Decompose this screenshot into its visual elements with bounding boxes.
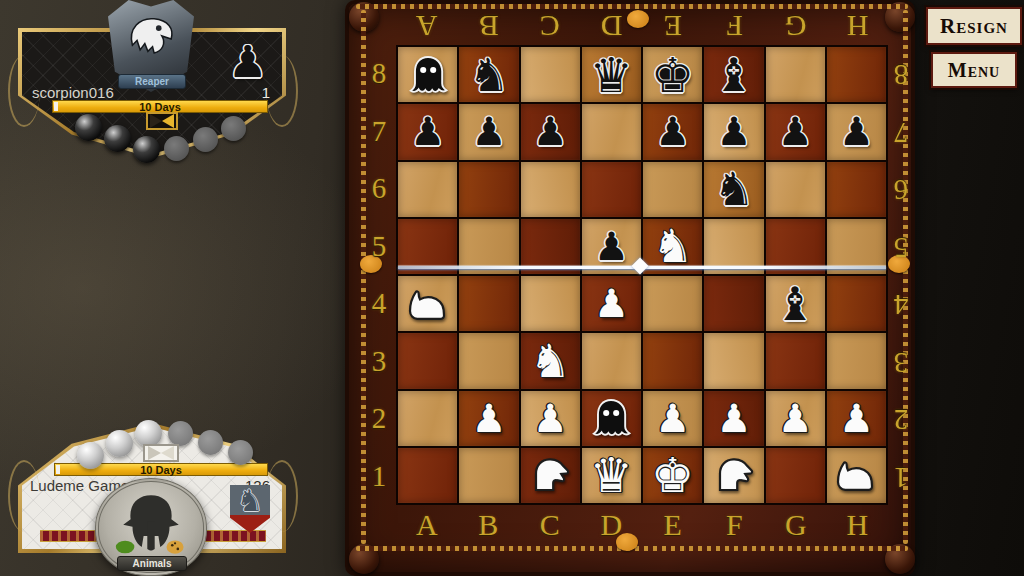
rank-label: 1: [888, 448, 914, 506]
file-label: B: [458, 8, 520, 44]
piece-black-pawn-e7[interactable]: ♟: [655, 112, 690, 151]
rank-label: 1: [364, 448, 394, 506]
rank-label: 6: [364, 160, 394, 218]
rank-label: 5: [888, 218, 914, 276]
piece-black-queen-d8[interactable]: ♛: [590, 51, 633, 99]
square-f8[interactable]: ♝: [704, 47, 763, 102]
square-a7[interactable]: ♟: [398, 104, 457, 159]
square-a8[interactable]: [398, 47, 457, 102]
square-c2[interactable]: ♟: [521, 391, 580, 446]
card-flourish: [266, 55, 298, 127]
file-label: E: [642, 8, 704, 44]
square-e4[interactable]: [643, 276, 702, 331]
square-g4[interactable]: ♝: [766, 276, 825, 331]
square-d6[interactable]: [582, 162, 641, 217]
file-label: G: [765, 506, 827, 543]
file-label: D: [581, 506, 643, 543]
animals-banner: Animals: [117, 556, 187, 571]
square-c4[interactable]: [521, 276, 580, 331]
square-c3[interactable]: ♞: [521, 333, 580, 388]
hourglass-icon: [143, 444, 179, 462]
piece-white-pawn-e2[interactable]: ♟: [655, 399, 690, 438]
knight-icon: ♞: [237, 486, 264, 516]
square-c1[interactable]: [521, 448, 580, 503]
square-e3[interactable]: [643, 333, 702, 388]
rank-label: 6: [888, 160, 914, 218]
piece-black-pawn-d5[interactable]: ♟: [594, 227, 629, 266]
file-label: H: [827, 8, 889, 44]
chess-board[interactable]: ♞♛♚♝♟♟♟♟♟♟♟♞♟♞ ♟♝♞♟♟ ♟♟♟♟ ♛♚: [396, 45, 888, 505]
piece-white-queen-d1[interactable]: ♛: [590, 451, 633, 499]
token-orb-empty: [193, 127, 218, 152]
square-h6[interactable]: [827, 162, 886, 217]
token-orb-empty: [221, 116, 246, 141]
square-b1[interactable]: [459, 448, 518, 503]
square-h7[interactable]: ♟: [827, 104, 886, 159]
piece-white-king-e1[interactable]: ♚: [651, 451, 694, 499]
resign-button[interactable]: Resign: [926, 7, 1022, 45]
square-b3[interactable]: [459, 333, 518, 388]
hourglass-right-half: [161, 446, 174, 460]
square-h3[interactable]: [827, 333, 886, 388]
square-b8[interactable]: ♞: [459, 47, 518, 102]
file-label: B: [458, 506, 520, 543]
square-f6[interactable]: ♞: [704, 162, 763, 217]
square-h1[interactable]: [827, 448, 886, 503]
piece-white-tiger-c1[interactable]: [526, 451, 574, 499]
token-orb-empty: [164, 136, 189, 161]
square-b6[interactable]: [459, 162, 518, 217]
piece-black-king-e8[interactable]: ♚: [651, 51, 694, 99]
piece-white-knight-c3[interactable]: ♞: [530, 338, 571, 384]
piece-black-pawn-g7[interactable]: ♟: [778, 112, 813, 151]
file-label: H: [827, 506, 889, 543]
piece-white-pawn-c2[interactable]: ♟: [533, 399, 568, 438]
token-orb-filled: [104, 125, 131, 152]
square-b2[interactable]: ♟: [459, 391, 518, 446]
lizard-icon: [116, 541, 135, 554]
square-f4[interactable]: [704, 276, 763, 331]
piece-white-rhino-a4[interactable]: [404, 280, 452, 328]
menu-button[interactable]: Menu: [931, 52, 1017, 88]
file-label: G: [765, 8, 827, 44]
square-g3[interactable]: [766, 333, 825, 388]
token-orb-filled: [77, 442, 104, 469]
hourglass-left-half: [148, 446, 161, 460]
piece-black-bishop-f8[interactable]: ♝: [713, 52, 754, 98]
piece-black-knight-f6[interactable]: ♞: [713, 166, 754, 212]
top-player-piece-badge-pawn-icon: ♟: [228, 40, 267, 84]
hourglass-icon: [146, 112, 178, 130]
piece-black-pawn-a7[interactable]: ♟: [410, 112, 445, 151]
rank-labels-right: 87654321: [888, 45, 914, 505]
piece-black-ghost-d2[interactable]: [588, 394, 634, 442]
token-orb-filled: [75, 114, 102, 141]
piece-white-pawn-d4[interactable]: ♟: [594, 284, 629, 323]
square-f1[interactable]: [704, 448, 763, 503]
square-f3[interactable]: [704, 333, 763, 388]
file-labels-top: ABCDEFGH: [396, 8, 888, 44]
rank-label: 7: [364, 103, 394, 161]
file-label: F: [704, 506, 766, 543]
square-g1[interactable]: [766, 448, 825, 503]
rank-label: 3: [888, 333, 914, 391]
square-b4[interactable]: [459, 276, 518, 331]
square-e2[interactable]: ♟: [643, 391, 702, 446]
piece-white-rhino-h1[interactable]: [832, 451, 880, 499]
square-a6[interactable]: [398, 162, 457, 217]
file-label: A: [396, 8, 458, 44]
rank-label: 2: [888, 390, 914, 448]
card-flourish: [8, 460, 40, 532]
file-label: F: [704, 8, 766, 44]
square-d7[interactable]: [582, 104, 641, 159]
rank-label: 7: [888, 103, 914, 161]
rank-label: 4: [888, 275, 914, 333]
rank-label: 4: [364, 275, 394, 333]
piece-white-tiger-f1[interactable]: [710, 451, 758, 499]
square-a4[interactable]: [398, 276, 457, 331]
square-d4[interactable]: ♟: [582, 276, 641, 331]
square-h2[interactable]: ♟: [827, 391, 886, 446]
file-label: A: [396, 506, 458, 543]
square-b7[interactable]: ♟: [459, 104, 518, 159]
token-orb-filled: [106, 430, 133, 457]
piece-black-pawn-b7[interactable]: ♟: [471, 112, 506, 151]
file-label: C: [519, 506, 581, 543]
square-g6[interactable]: [766, 162, 825, 217]
file-label: C: [519, 8, 581, 44]
piece-black-pawn-c7[interactable]: ♟: [533, 112, 568, 151]
piece-black-bishop-g4[interactable]: ♝: [775, 281, 816, 327]
piece-white-pawn-h2[interactable]: ♟: [839, 399, 874, 438]
rank-labels-left: 87654321: [364, 45, 394, 505]
square-g8[interactable]: [766, 47, 825, 102]
rank-label: 5: [364, 218, 394, 276]
piece-black-pawn-h7[interactable]: ♟: [839, 112, 874, 151]
reaper-banner: Reaper: [118, 74, 186, 89]
square-e1[interactable]: ♚: [643, 448, 702, 503]
hourglass-right-half: [162, 114, 174, 128]
square-c8[interactable]: [521, 47, 580, 102]
square-c6[interactable]: [521, 162, 580, 217]
square-d8[interactable]: ♛: [582, 47, 641, 102]
square-g2[interactable]: ♟: [766, 391, 825, 446]
square-e6[interactable]: [643, 162, 702, 217]
token-orb-filled: [133, 136, 160, 163]
square-c7[interactable]: ♟: [521, 104, 580, 159]
hourglass-left-half: [150, 114, 162, 128]
square-h4[interactable]: [827, 276, 886, 331]
square-a1[interactable]: [398, 448, 457, 503]
token-orb-filled: [135, 420, 162, 447]
reaper-skull-icon: [116, 8, 186, 70]
square-h8[interactable]: [827, 47, 886, 102]
token-orb-empty: [198, 430, 223, 455]
rank-label: 3: [364, 333, 394, 391]
piece-black-ghost-a8[interactable]: [405, 51, 451, 99]
square-g7[interactable]: ♟: [766, 104, 825, 159]
rank-label: 8: [364, 45, 394, 103]
square-d2[interactable]: [582, 391, 641, 446]
rank-label: 2: [364, 390, 394, 448]
square-d1[interactable]: ♛: [582, 448, 641, 503]
elephant-icon: [108, 486, 194, 560]
piece-black-knight-b8[interactable]: ♞: [468, 52, 509, 98]
square-e8[interactable]: ♚: [643, 47, 702, 102]
square-f2[interactable]: ♟: [704, 391, 763, 446]
token-orb-empty: [168, 421, 193, 446]
piece-black-pawn-f7[interactable]: ♟: [716, 112, 751, 151]
square-d3[interactable]: [582, 333, 641, 388]
square-e7[interactable]: ♟: [643, 104, 702, 159]
square-a2[interactable]: [398, 391, 457, 446]
piece-white-pawn-b2[interactable]: ♟: [471, 399, 506, 438]
square-f7[interactable]: ♟: [704, 104, 763, 159]
piece-white-pawn-g2[interactable]: ♟: [778, 399, 813, 438]
card-flourish: [266, 460, 298, 532]
piece-white-pawn-f2[interactable]: ♟: [716, 399, 751, 438]
file-label: D: [581, 8, 643, 44]
token-orb-empty: [228, 440, 253, 465]
square-a3[interactable]: [398, 333, 457, 388]
rank-label: 8: [888, 45, 914, 103]
file-labels-bottom: ABCDEFGH: [396, 506, 888, 543]
piece-white-knight-e5[interactable]: ♞: [652, 223, 693, 269]
file-label: E: [642, 506, 704, 543]
